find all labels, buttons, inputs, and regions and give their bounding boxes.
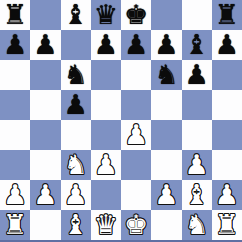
piece-white-bishop[interactable]: ♝ <box>64 210 88 240</box>
piece-black-pawn[interactable]: ♟ <box>215 30 239 60</box>
square-c3[interactable]: ♞ <box>61 150 91 180</box>
square-c1[interactable]: ♝ <box>61 210 91 240</box>
piece-white-queen[interactable]: ♛ <box>94 210 118 240</box>
piece-white-knight[interactable]: ♞ <box>185 210 209 240</box>
piece-black-pawn[interactable]: ♟ <box>94 30 118 60</box>
square-b7[interactable]: ♟ <box>30 30 60 60</box>
piece-white-pawn[interactable]: ♟ <box>3 180 27 210</box>
square-e7[interactable]: ♟ <box>121 30 151 60</box>
square-d2[interactable] <box>91 180 121 210</box>
square-d3[interactable]: ♟ <box>91 150 121 180</box>
piece-white-knight[interactable]: ♞ <box>64 150 88 180</box>
square-a8[interactable]: ♜ <box>0 0 30 30</box>
piece-black-rook[interactable]: ♜ <box>3 0 27 30</box>
square-c7[interactable] <box>61 30 91 60</box>
square-g3[interactable]: ♟ <box>182 150 212 180</box>
square-a4[interactable] <box>0 120 30 150</box>
square-c5[interactable]: ♟ <box>61 90 91 120</box>
square-b4[interactable] <box>30 120 60 150</box>
piece-black-queen[interactable]: ♛ <box>94 0 118 30</box>
piece-black-pawn[interactable]: ♟ <box>3 30 27 60</box>
piece-white-pawn[interactable]: ♟ <box>124 120 148 150</box>
square-f1[interactable] <box>151 210 181 240</box>
piece-black-pawn[interactable]: ♟ <box>33 30 57 60</box>
square-g5[interactable] <box>182 90 212 120</box>
square-b5[interactable] <box>30 90 60 120</box>
chess-board: ♜♝♛♚♜♟♟♟♟♟♝♟♞♞♟♟♟♞♟♟♟♟♟♟♝♟♜♝♛♚♞♜ <box>0 0 242 242</box>
square-e3[interactable] <box>121 150 151 180</box>
square-c6[interactable]: ♞ <box>61 60 91 90</box>
square-d7[interactable]: ♟ <box>91 30 121 60</box>
piece-white-pawn[interactable]: ♟ <box>33 180 57 210</box>
piece-black-pawn[interactable]: ♟ <box>64 90 88 120</box>
square-e5[interactable] <box>121 90 151 120</box>
square-e8[interactable]: ♚ <box>121 0 151 30</box>
square-d6[interactable] <box>91 60 121 90</box>
square-h3[interactable] <box>212 150 242 180</box>
square-b1[interactable] <box>30 210 60 240</box>
piece-black-knight[interactable]: ♞ <box>154 60 178 90</box>
square-h7[interactable]: ♟ <box>212 30 242 60</box>
square-g2[interactable]: ♝ <box>182 180 212 210</box>
square-f6[interactable]: ♞ <box>151 60 181 90</box>
square-e6[interactable] <box>121 60 151 90</box>
square-g4[interactable] <box>182 120 212 150</box>
square-c4[interactable] <box>61 120 91 150</box>
square-a6[interactable] <box>0 60 30 90</box>
square-b8[interactable] <box>30 0 60 30</box>
square-h6[interactable] <box>212 60 242 90</box>
square-f5[interactable] <box>151 90 181 120</box>
square-a3[interactable] <box>0 150 30 180</box>
square-d4[interactable] <box>91 120 121 150</box>
square-h4[interactable] <box>212 120 242 150</box>
piece-white-pawn[interactable]: ♟ <box>215 180 239 210</box>
square-d8[interactable]: ♛ <box>91 0 121 30</box>
square-h8[interactable]: ♜ <box>212 0 242 30</box>
square-h1[interactable]: ♜ <box>212 210 242 240</box>
piece-black-pawn[interactable]: ♟ <box>154 30 178 60</box>
square-h5[interactable] <box>212 90 242 120</box>
piece-black-bishop[interactable]: ♝ <box>185 30 209 60</box>
piece-white-pawn[interactable]: ♟ <box>94 150 118 180</box>
square-c2[interactable]: ♟ <box>61 180 91 210</box>
piece-black-pawn[interactable]: ♟ <box>124 30 148 60</box>
piece-white-rook[interactable]: ♜ <box>3 210 27 240</box>
chess-board-panel: ♜♝♛♚♜♟♟♟♟♟♝♟♞♞♟♟♟♞♟♟♟♟♟♟♝♟♜♝♛♚♞♜ <box>0 0 242 242</box>
piece-black-bishop[interactable]: ♝ <box>64 0 88 30</box>
square-a7[interactable]: ♟ <box>0 30 30 60</box>
piece-white-rook[interactable]: ♜ <box>215 210 239 240</box>
square-a1[interactable]: ♜ <box>0 210 30 240</box>
square-h2[interactable]: ♟ <box>212 180 242 210</box>
square-d5[interactable] <box>91 90 121 120</box>
piece-white-pawn[interactable]: ♟ <box>64 180 88 210</box>
piece-white-bishop[interactable]: ♝ <box>185 180 209 210</box>
square-g7[interactable]: ♝ <box>182 30 212 60</box>
square-f4[interactable] <box>151 120 181 150</box>
piece-black-king[interactable]: ♚ <box>124 0 148 30</box>
square-f2[interactable]: ♟ <box>151 180 181 210</box>
square-b2[interactable]: ♟ <box>30 180 60 210</box>
piece-black-pawn[interactable]: ♟ <box>185 60 209 90</box>
square-g6[interactable]: ♟ <box>182 60 212 90</box>
square-a5[interactable] <box>0 90 30 120</box>
square-e4[interactable]: ♟ <box>121 120 151 150</box>
piece-white-pawn[interactable]: ♟ <box>154 180 178 210</box>
square-e1[interactable]: ♚ <box>121 210 151 240</box>
square-f3[interactable] <box>151 150 181 180</box>
square-a2[interactable]: ♟ <box>0 180 30 210</box>
piece-white-king[interactable]: ♚ <box>124 210 148 240</box>
square-b3[interactable] <box>30 150 60 180</box>
piece-white-pawn[interactable]: ♟ <box>185 150 209 180</box>
square-g8[interactable] <box>182 0 212 30</box>
piece-black-rook[interactable]: ♜ <box>215 0 239 30</box>
square-g1[interactable]: ♞ <box>182 210 212 240</box>
piece-black-knight[interactable]: ♞ <box>64 60 88 90</box>
square-c8[interactable]: ♝ <box>61 0 91 30</box>
square-f7[interactable]: ♟ <box>151 30 181 60</box>
square-e2[interactable] <box>121 180 151 210</box>
square-b6[interactable] <box>30 60 60 90</box>
square-d1[interactable]: ♛ <box>91 210 121 240</box>
square-f8[interactable] <box>151 0 181 30</box>
